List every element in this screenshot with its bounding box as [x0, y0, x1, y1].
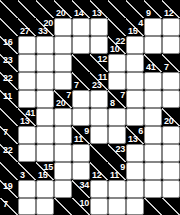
- right-clue: 7: [120, 91, 125, 99]
- cell-r11-c1[interactable]: [18, 198, 36, 215]
- cell-r5-c5[interactable]: [90, 90, 108, 108]
- right-clue: 22: [116, 37, 125, 45]
- cell-r3-c8: 41: [144, 54, 162, 72]
- cell-r7-c8[interactable]: [144, 126, 162, 144]
- cell-r3-c9: 7: [162, 54, 180, 72]
- cell-r9-c9[interactable]: [162, 162, 180, 180]
- down-clue: 20: [56, 99, 65, 107]
- down-clue: 41: [146, 63, 155, 71]
- cell-r0-c0: [0, 0, 18, 18]
- right-clue: 16: [3, 38, 12, 46]
- cell-r2-c3[interactable]: [54, 36, 72, 54]
- down-clue: 10: [110, 45, 119, 53]
- cell-r5-c4[interactable]: [72, 90, 90, 108]
- cell-r4-c7[interactable]: [126, 72, 144, 90]
- cell-r6-c0: [0, 108, 18, 126]
- cell-r11-c6[interactable]: [108, 198, 126, 215]
- cell-r9-c3[interactable]: [54, 162, 72, 180]
- cell-r1-c1: 27: [18, 18, 36, 36]
- cell-r4-c4: 7: [72, 72, 90, 90]
- cell-r9-c1: 3: [18, 162, 36, 180]
- cell-r5-c9[interactable]: [162, 90, 180, 108]
- cell-r6-c6[interactable]: [108, 108, 126, 126]
- down-clue: 11: [110, 171, 119, 179]
- cell-r4-c2[interactable]: [36, 72, 54, 90]
- cell-r9-c4[interactable]: [72, 162, 90, 180]
- down-clue: 23: [92, 81, 101, 89]
- cell-r8-c2[interactable]: [36, 144, 54, 162]
- cell-r0-c2: [36, 0, 54, 18]
- cell-r10-c6[interactable]: [108, 180, 126, 198]
- cell-r4-c3[interactable]: [54, 72, 72, 90]
- cell-r0-c8: 9: [144, 0, 162, 18]
- cell-r10-c2[interactable]: [36, 180, 54, 198]
- cell-r5-c3: 207: [54, 90, 72, 108]
- cell-r2-c4[interactable]: [72, 36, 90, 54]
- cell-r7-c6[interactable]: [108, 126, 126, 144]
- right-clue: 22: [3, 74, 12, 82]
- cell-r8-c1[interactable]: [18, 144, 36, 162]
- cell-r0-c5: 13: [90, 0, 108, 18]
- cell-r8-c8[interactable]: [144, 144, 162, 162]
- cell-r6-c7[interactable]: [126, 108, 144, 126]
- down-clue: 7: [74, 81, 79, 89]
- cell-r4-c9[interactable]: [162, 72, 180, 90]
- cell-r6-c5[interactable]: [90, 108, 108, 126]
- down-clue: 12: [92, 171, 101, 179]
- down-clue: 14: [74, 9, 83, 17]
- cell-r8-c3[interactable]: [54, 144, 72, 162]
- cell-r9-c0: [0, 162, 18, 180]
- cell-r5-c6: 87: [108, 90, 126, 108]
- right-clue: 7: [3, 200, 8, 208]
- cell-r11-c0: 7: [0, 198, 18, 215]
- right-clue: 22: [3, 146, 12, 154]
- cell-r6-c9: 20: [162, 108, 180, 126]
- right-clue: 34: [80, 181, 89, 189]
- down-clue: 7: [164, 63, 169, 71]
- cell-r5-c7[interactable]: [126, 90, 144, 108]
- right-clue: 11: [98, 73, 107, 81]
- cell-r6-c8[interactable]: [144, 108, 162, 126]
- down-clue: 13: [92, 9, 101, 17]
- cell-r3-c3[interactable]: [54, 54, 72, 72]
- cell-r4-c0: 22: [0, 72, 18, 90]
- cell-r10-c7[interactable]: [126, 180, 144, 198]
- down-clue: 9: [146, 9, 151, 17]
- cell-r2-c9[interactable]: [162, 36, 180, 54]
- cell-r5-c1[interactable]: [18, 90, 36, 108]
- cell-r3-c7[interactable]: [126, 54, 144, 72]
- right-clue: 6: [138, 127, 143, 135]
- cell-r1-c8[interactable]: [144, 18, 162, 36]
- cell-r10-c4: 34: [72, 180, 90, 198]
- down-clue: 15: [38, 171, 47, 179]
- cell-r2-c6: 1022: [108, 36, 126, 54]
- down-clue: 12: [164, 9, 173, 17]
- cell-r11-c3: [54, 198, 72, 215]
- down-clue: 13: [20, 117, 29, 125]
- cell-r6-c4[interactable]: [72, 108, 90, 126]
- cell-r2-c7[interactable]: [126, 36, 144, 54]
- down-clue: 11: [74, 135, 83, 143]
- cell-r0-c9: 12: [162, 0, 180, 18]
- cell-r7-c3[interactable]: [54, 126, 72, 144]
- right-clue: 23: [3, 56, 12, 64]
- right-clue: 4: [138, 19, 143, 27]
- cell-r8-c9[interactable]: [162, 144, 180, 162]
- cell-r4-c6[interactable]: [108, 72, 126, 90]
- cell-r7-c7: 136: [126, 126, 144, 144]
- cell-r7-c0: 7: [0, 126, 18, 144]
- cell-r11-c5[interactable]: [90, 198, 108, 215]
- cell-r2-c0: 16: [0, 36, 18, 54]
- down-clue: 27: [20, 27, 29, 35]
- cell-r8-c4[interactable]: [72, 144, 90, 162]
- cell-r0-c4: 14: [72, 0, 90, 18]
- cell-r3-c6[interactable]: [108, 54, 126, 72]
- cell-r5-c2[interactable]: [36, 90, 54, 108]
- cell-r7-c1[interactable]: [18, 126, 36, 144]
- right-clue: 20: [44, 19, 53, 27]
- cell-r1-c5[interactable]: [90, 18, 108, 36]
- cell-r11-c9: [162, 198, 180, 215]
- cell-r5-c0: 11: [0, 90, 18, 108]
- cell-r11-c7[interactable]: [126, 198, 144, 215]
- cell-r5-c8[interactable]: [144, 90, 162, 108]
- cell-r7-c2[interactable]: [36, 126, 54, 144]
- cell-r7-c4: 119: [72, 126, 90, 144]
- cell-r3-c2[interactable]: [36, 54, 54, 72]
- right-clue: 19: [3, 182, 12, 190]
- cell-r1-c9[interactable]: [162, 18, 180, 36]
- cell-r11-c2[interactable]: [36, 198, 54, 215]
- right-clue: 10: [80, 199, 89, 207]
- cell-r8-c6: 23: [108, 144, 126, 162]
- cell-r10-c8[interactable]: [144, 180, 162, 198]
- cell-r1-c4[interactable]: [72, 18, 90, 36]
- cell-r8-c0: 22: [0, 144, 18, 162]
- right-clue: 23: [116, 145, 125, 153]
- right-clue: 9: [120, 163, 125, 171]
- cell-r2-c1[interactable]: [18, 36, 36, 54]
- right-clue: 9: [84, 127, 89, 135]
- cell-r9-c6: 119: [108, 162, 126, 180]
- cell-r1-c6: [108, 18, 126, 36]
- right-clue: 15: [44, 163, 53, 171]
- cell-r10-c1[interactable]: [18, 180, 36, 198]
- cell-r2-c5[interactable]: [90, 36, 108, 54]
- cell-r9-c7[interactable]: [126, 162, 144, 180]
- cell-r11-c8: [144, 198, 162, 215]
- cell-r3-c1[interactable]: [18, 54, 36, 72]
- cell-r10-c3[interactable]: [54, 180, 72, 198]
- cell-r1-c0: [0, 18, 18, 36]
- cell-r1-c2: 3320: [36, 18, 54, 36]
- cell-r2-c2[interactable]: [36, 36, 54, 54]
- cell-r3-c4: [72, 54, 90, 72]
- cell-r10-c5[interactable]: [90, 180, 108, 198]
- cell-r0-c1: [18, 0, 36, 18]
- right-clue: 41: [26, 109, 35, 117]
- cell-r10-c9[interactable]: [162, 180, 180, 198]
- cell-r0-c3: 20: [54, 0, 72, 18]
- down-clue: 3: [20, 171, 25, 179]
- cell-r1-c3[interactable]: [54, 18, 72, 36]
- cell-r10-c0: 19: [0, 180, 18, 198]
- down-clue: 20: [56, 9, 65, 17]
- cell-r9-c5: 12: [90, 162, 108, 180]
- cell-r4-c8[interactable]: [144, 72, 162, 90]
- cell-r6-c3[interactable]: [54, 108, 72, 126]
- right-clue: 12: [98, 55, 107, 63]
- cell-r6-c2[interactable]: [36, 108, 54, 126]
- cell-r8-c5: [90, 144, 108, 162]
- down-clue: 15: [128, 27, 137, 35]
- cell-r9-c8[interactable]: [144, 162, 162, 180]
- right-clue: 11: [3, 92, 12, 100]
- right-clue: 7: [66, 91, 71, 99]
- cell-r3-c0: 23: [0, 54, 18, 72]
- cell-r6-c1: 1341: [18, 108, 36, 126]
- kakuro-board: 2014139122733201541610222312417227231111…: [0, 0, 180, 215]
- cell-r7-c5[interactable]: [90, 126, 108, 144]
- down-clue: 20: [164, 117, 173, 125]
- right-clue: 7: [3, 128, 8, 136]
- cell-r9-c2: 1515: [36, 162, 54, 180]
- cell-r3-c5: 12: [90, 54, 108, 72]
- cell-r4-c5: 2311: [90, 72, 108, 90]
- cell-r0-c6: [108, 0, 126, 18]
- down-clue: 33: [38, 27, 47, 35]
- cell-r8-c7[interactable]: [126, 144, 144, 162]
- cell-r4-c1[interactable]: [18, 72, 36, 90]
- cell-r1-c7: 154: [126, 18, 144, 36]
- cell-r2-c8[interactable]: [144, 36, 162, 54]
- cell-r7-c9[interactable]: [162, 126, 180, 144]
- cell-r11-c4: 10: [72, 198, 90, 215]
- down-clue: 13: [128, 135, 137, 143]
- cell-r0-c7: [126, 0, 144, 18]
- down-clue: 8: [110, 99, 115, 107]
